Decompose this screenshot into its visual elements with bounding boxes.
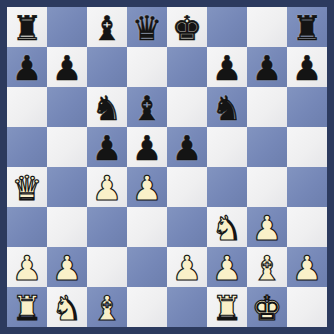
black-bishop[interactable]: ♝ <box>127 87 167 127</box>
square-b5[interactable] <box>47 127 87 167</box>
square-a3[interactable] <box>7 207 47 247</box>
square-c8[interactable]: ♝ <box>87 7 127 47</box>
square-a5[interactable] <box>7 127 47 167</box>
square-f8[interactable] <box>207 7 247 47</box>
square-f1[interactable]: ♜ <box>207 287 247 327</box>
square-b4[interactable] <box>47 167 87 207</box>
square-f4[interactable] <box>207 167 247 207</box>
square-d5[interactable]: ♟ <box>127 127 167 167</box>
square-f6[interactable]: ♞ <box>207 87 247 127</box>
square-d3[interactable] <box>127 207 167 247</box>
square-d1[interactable] <box>127 287 167 327</box>
square-g5[interactable] <box>247 127 287 167</box>
square-c3[interactable] <box>87 207 127 247</box>
black-pawn[interactable]: ♟ <box>127 127 167 167</box>
square-e2[interactable]: ♟ <box>167 247 207 287</box>
square-b1[interactable]: ♞ <box>47 287 87 327</box>
black-pawn[interactable]: ♟ <box>207 47 247 87</box>
square-a6[interactable] <box>7 87 47 127</box>
square-g8[interactable] <box>247 7 287 47</box>
square-g3[interactable]: ♟ <box>247 207 287 247</box>
square-c2[interactable] <box>87 247 127 287</box>
square-d7[interactable] <box>127 47 167 87</box>
white-pawn[interactable]: ♟ <box>87 167 127 207</box>
square-d4[interactable]: ♟ <box>127 167 167 207</box>
square-g7[interactable]: ♟ <box>247 47 287 87</box>
black-pawn[interactable]: ♟ <box>7 47 47 87</box>
black-pawn[interactable]: ♟ <box>87 127 127 167</box>
square-d6[interactable]: ♝ <box>127 87 167 127</box>
black-rook[interactable]: ♜ <box>7 7 47 47</box>
black-knight[interactable]: ♞ <box>207 87 247 127</box>
black-pawn[interactable]: ♟ <box>287 47 327 87</box>
square-a1[interactable]: ♜ <box>7 287 47 327</box>
square-f2[interactable]: ♟ <box>207 247 247 287</box>
square-h6[interactable] <box>287 87 327 127</box>
square-h2[interactable]: ♟ <box>287 247 327 287</box>
chess-board: ♜♝♛♚♜♟♟♟♟♟♞♝♞♟♟♟♛♟♟♞♟♟♟♟♟♝♟♜♞♝♜♚ <box>0 0 334 334</box>
square-h4[interactable] <box>287 167 327 207</box>
square-h8[interactable]: ♜ <box>287 7 327 47</box>
white-pawn[interactable]: ♟ <box>167 247 207 287</box>
square-c1[interactable]: ♝ <box>87 287 127 327</box>
square-g1[interactable]: ♚ <box>247 287 287 327</box>
white-bishop[interactable]: ♝ <box>87 287 127 327</box>
white-pawn[interactable]: ♟ <box>7 247 47 287</box>
square-b2[interactable]: ♟ <box>47 247 87 287</box>
white-pawn[interactable]: ♟ <box>47 247 87 287</box>
square-d2[interactable] <box>127 247 167 287</box>
square-h1[interactable] <box>287 287 327 327</box>
black-rook[interactable]: ♜ <box>287 7 327 47</box>
white-pawn[interactable]: ♟ <box>127 167 167 207</box>
square-c6[interactable]: ♞ <box>87 87 127 127</box>
white-pawn[interactable]: ♟ <box>247 207 287 247</box>
square-f7[interactable]: ♟ <box>207 47 247 87</box>
square-e3[interactable] <box>167 207 207 247</box>
square-f5[interactable] <box>207 127 247 167</box>
square-e7[interactable] <box>167 47 207 87</box>
square-c4[interactable]: ♟ <box>87 167 127 207</box>
square-c5[interactable]: ♟ <box>87 127 127 167</box>
square-h7[interactable]: ♟ <box>287 47 327 87</box>
square-g2[interactable]: ♝ <box>247 247 287 287</box>
square-h5[interactable] <box>287 127 327 167</box>
black-king[interactable]: ♚ <box>167 7 207 47</box>
square-h3[interactable] <box>287 207 327 247</box>
square-e4[interactable] <box>167 167 207 207</box>
square-a8[interactable]: ♜ <box>7 7 47 47</box>
black-queen[interactable]: ♛ <box>127 7 167 47</box>
square-c7[interactable] <box>87 47 127 87</box>
white-knight[interactable]: ♞ <box>47 287 87 327</box>
white-queen[interactable]: ♛ <box>7 167 47 207</box>
square-g4[interactable] <box>247 167 287 207</box>
white-rook[interactable]: ♜ <box>207 287 247 327</box>
black-pawn[interactable]: ♟ <box>247 47 287 87</box>
square-a4[interactable]: ♛ <box>7 167 47 207</box>
square-b8[interactable] <box>47 7 87 47</box>
square-e1[interactable] <box>167 287 207 327</box>
white-pawn[interactable]: ♟ <box>287 247 327 287</box>
square-a7[interactable]: ♟ <box>7 47 47 87</box>
square-a2[interactable]: ♟ <box>7 247 47 287</box>
square-e5[interactable]: ♟ <box>167 127 207 167</box>
chess-board-grid: ♜♝♛♚♜♟♟♟♟♟♞♝♞♟♟♟♛♟♟♞♟♟♟♟♟♝♟♜♞♝♜♚ <box>7 7 327 327</box>
square-g6[interactable] <box>247 87 287 127</box>
black-knight[interactable]: ♞ <box>87 87 127 127</box>
square-b3[interactable] <box>47 207 87 247</box>
square-e8[interactable]: ♚ <box>167 7 207 47</box>
square-b7[interactable]: ♟ <box>47 47 87 87</box>
white-king[interactable]: ♚ <box>247 287 287 327</box>
black-bishop[interactable]: ♝ <box>87 7 127 47</box>
black-pawn[interactable]: ♟ <box>47 47 87 87</box>
square-d8[interactable]: ♛ <box>127 7 167 47</box>
square-e6[interactable] <box>167 87 207 127</box>
square-b6[interactable] <box>47 87 87 127</box>
white-knight[interactable]: ♞ <box>207 207 247 247</box>
white-bishop[interactable]: ♝ <box>247 247 287 287</box>
black-pawn[interactable]: ♟ <box>167 127 207 167</box>
square-f3[interactable]: ♞ <box>207 207 247 247</box>
white-pawn[interactable]: ♟ <box>207 247 247 287</box>
white-rook[interactable]: ♜ <box>7 287 47 327</box>
